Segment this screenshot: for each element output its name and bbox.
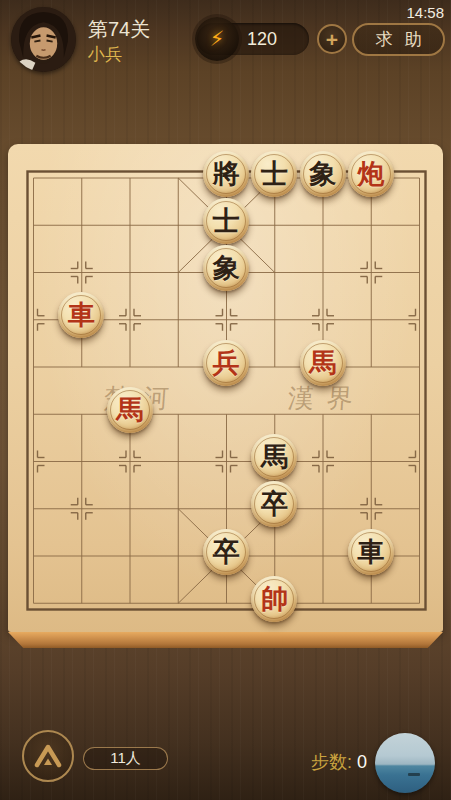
- piece-red-7[interactable]: 車: [58, 292, 104, 338]
- rank-subtitle: 小兵: [88, 43, 122, 66]
- piece-black-13[interactable]: 卒: [203, 529, 249, 575]
- piece-black-3[interactable]: 象: [300, 151, 346, 197]
- step-counter: 步数:0: [311, 750, 367, 774]
- plus-icon: +: [326, 29, 338, 50]
- avatar-face-icon: [11, 7, 76, 72]
- energy-counter: ⚡ 120: [197, 23, 309, 55]
- piece-black-5[interactable]: 士: [203, 198, 249, 244]
- lightning-icon: ⚡: [210, 27, 225, 51]
- help-button[interactable]: 求助: [352, 23, 445, 56]
- step-counter-label: 步数:: [311, 752, 352, 772]
- lightning-orb: ⚡: [195, 17, 239, 61]
- piece-black-2[interactable]: 士: [251, 151, 297, 197]
- piece-red-4[interactable]: 炮: [348, 151, 394, 197]
- piece-black-14[interactable]: 車: [348, 529, 394, 575]
- chevron-up-icon: [33, 743, 63, 769]
- player-avatar[interactable]: [11, 7, 76, 72]
- step-counter-value: 0: [357, 752, 367, 772]
- scene-photo-button[interactable]: [375, 733, 435, 793]
- pieces-layer: 將士象炮士象車兵馬馬馬卒卒車帥: [9, 150, 443, 623]
- clock-text: 14:58: [406, 4, 444, 21]
- piece-red-10[interactable]: 馬: [107, 387, 153, 433]
- help-button-label: 求助: [376, 28, 434, 51]
- piece-black-11[interactable]: 馬: [251, 434, 297, 480]
- piece-red-8[interactable]: 兵: [203, 340, 249, 386]
- level-title: 第74关: [88, 16, 150, 43]
- piece-black-6[interactable]: 象: [203, 245, 249, 291]
- online-players-badge[interactable]: 11人: [83, 747, 168, 770]
- piece-black-1[interactable]: 將: [203, 151, 249, 197]
- add-energy-button[interactable]: +: [317, 24, 347, 54]
- board-front-edge: [8, 632, 443, 648]
- energy-value: 120: [247, 29, 277, 50]
- expand-button[interactable]: [22, 730, 74, 782]
- piece-red-15[interactable]: 帥: [251, 576, 297, 622]
- online-players-label: 11人: [110, 749, 141, 768]
- app-screen: 14:58 第74关 小兵 ⚡ 120 + 求助 楚河 漢界 將士象炮士象車兵馬…: [0, 0, 451, 800]
- piece-red-9[interactable]: 馬: [300, 340, 346, 386]
- boat-icon: [408, 773, 420, 776]
- piece-black-12[interactable]: 卒: [251, 481, 297, 527]
